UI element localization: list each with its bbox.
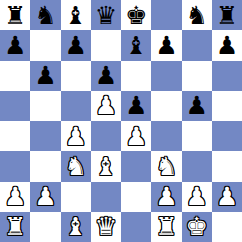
piece-black-pawn[interactable]: ♟ (64, 33, 86, 58)
square-c1[interactable]: ♝ (61, 212, 91, 242)
piece-white-rook[interactable]: ♜ (4, 214, 26, 239)
piece-white-pawn[interactable]: ♟ (4, 184, 26, 209)
square-c5[interactable] (61, 91, 91, 121)
square-b4[interactable] (30, 121, 60, 151)
piece-black-knight[interactable]: ♞ (34, 3, 56, 28)
square-a3[interactable] (0, 151, 30, 181)
square-h3[interactable] (212, 151, 242, 181)
square-e2[interactable] (121, 182, 151, 212)
square-a8[interactable]: ♜ (0, 0, 30, 30)
square-b2[interactable]: ♟ (30, 182, 60, 212)
piece-white-bishop[interactable]: ♝ (95, 154, 117, 179)
square-h8[interactable]: ♜ (212, 0, 242, 30)
piece-white-pawn[interactable]: ♟ (95, 93, 117, 118)
square-f2[interactable]: ♟ (151, 182, 181, 212)
piece-white-pawn[interactable]: ♟ (155, 184, 177, 209)
piece-black-pawn[interactable]: ♟ (95, 63, 117, 88)
piece-white-bishop[interactable]: ♝ (64, 214, 86, 239)
square-d8[interactable]: ♛ (91, 0, 121, 30)
piece-black-pawn[interactable]: ♟ (34, 63, 56, 88)
piece-white-queen[interactable]: ♛ (95, 214, 117, 239)
square-g6[interactable] (182, 61, 212, 91)
square-g8[interactable]: ♞ (182, 0, 212, 30)
piece-black-bishop[interactable]: ♝ (125, 33, 147, 58)
piece-black-pawn[interactable]: ♟ (4, 33, 26, 58)
square-a7[interactable]: ♟ (0, 30, 30, 60)
square-e1[interactable] (121, 212, 151, 242)
square-a4[interactable] (0, 121, 30, 151)
square-g2[interactable]: ♟ (182, 182, 212, 212)
square-a5[interactable] (0, 91, 30, 121)
square-a6[interactable] (0, 61, 30, 91)
square-e8[interactable]: ♚ (121, 0, 151, 30)
square-g7[interactable] (182, 30, 212, 60)
square-a2[interactable]: ♟ (0, 182, 30, 212)
square-h7[interactable]: ♟ (212, 30, 242, 60)
piece-white-pawn[interactable]: ♟ (34, 184, 56, 209)
square-c4[interactable]: ♟ (61, 121, 91, 151)
piece-black-knight[interactable]: ♞ (185, 3, 207, 28)
square-g4[interactable] (182, 121, 212, 151)
square-h6[interactable] (212, 61, 242, 91)
square-f6[interactable] (151, 61, 181, 91)
piece-white-knight[interactable]: ♞ (64, 154, 86, 179)
square-e3[interactable] (121, 151, 151, 181)
square-h5[interactable] (212, 91, 242, 121)
square-h2[interactable]: ♟ (212, 182, 242, 212)
square-e4[interactable]: ♟ (121, 121, 151, 151)
square-d6[interactable]: ♟ (91, 61, 121, 91)
square-e5[interactable]: ♟ (121, 91, 151, 121)
square-b1[interactable] (30, 212, 60, 242)
piece-white-pawn[interactable]: ♟ (64, 124, 86, 149)
square-d5[interactable]: ♟ (91, 91, 121, 121)
square-e7[interactable]: ♝ (121, 30, 151, 60)
square-g3[interactable] (182, 151, 212, 181)
square-c8[interactable]: ♝ (61, 0, 91, 30)
square-c2[interactable] (61, 182, 91, 212)
square-d2[interactable] (91, 182, 121, 212)
square-c6[interactable] (61, 61, 91, 91)
square-d4[interactable] (91, 121, 121, 151)
square-f1[interactable]: ♜ (151, 212, 181, 242)
square-d7[interactable] (91, 30, 121, 60)
piece-white-pawn[interactable]: ♟ (125, 124, 147, 149)
square-d3[interactable]: ♝ (91, 151, 121, 181)
piece-white-rook[interactable]: ♜ (155, 214, 177, 239)
piece-black-queen[interactable]: ♛ (95, 3, 117, 28)
piece-white-king[interactable]: ♚ (185, 214, 207, 239)
square-f8[interactable] (151, 0, 181, 30)
piece-white-pawn[interactable]: ♟ (216, 184, 238, 209)
square-g1[interactable]: ♚ (182, 212, 212, 242)
square-h1[interactable] (212, 212, 242, 242)
square-b3[interactable] (30, 151, 60, 181)
square-a1[interactable]: ♜ (0, 212, 30, 242)
square-b5[interactable] (30, 91, 60, 121)
piece-black-pawn[interactable]: ♟ (155, 33, 177, 58)
piece-white-pawn[interactable]: ♟ (185, 184, 207, 209)
piece-black-king[interactable]: ♚ (125, 3, 147, 28)
piece-black-pawn[interactable]: ♟ (216, 33, 238, 58)
piece-black-pawn[interactable]: ♟ (185, 93, 207, 118)
square-f3[interactable]: ♞ (151, 151, 181, 181)
chess-board: ♜♞♝♛♚♞♜♟♟♝♟♟♟♟♟♟♟♟♟♞♝♞♟♟♟♟♟♜♝♛♜♚ (0, 0, 242, 242)
square-f5[interactable] (151, 91, 181, 121)
piece-black-bishop[interactable]: ♝ (64, 3, 86, 28)
piece-white-knight[interactable]: ♞ (155, 154, 177, 179)
square-g5[interactable]: ♟ (182, 91, 212, 121)
piece-black-rook[interactable]: ♜ (4, 3, 26, 28)
square-f7[interactable]: ♟ (151, 30, 181, 60)
piece-black-pawn[interactable]: ♟ (125, 93, 147, 118)
square-d1[interactable]: ♛ (91, 212, 121, 242)
square-c3[interactable]: ♞ (61, 151, 91, 181)
square-c7[interactable]: ♟ (61, 30, 91, 60)
square-e6[interactable] (121, 61, 151, 91)
piece-black-rook[interactable]: ♜ (216, 3, 238, 28)
square-b7[interactable] (30, 30, 60, 60)
square-b8[interactable]: ♞ (30, 0, 60, 30)
square-h4[interactable] (212, 121, 242, 151)
square-b6[interactable]: ♟ (30, 61, 60, 91)
square-f4[interactable] (151, 121, 181, 151)
